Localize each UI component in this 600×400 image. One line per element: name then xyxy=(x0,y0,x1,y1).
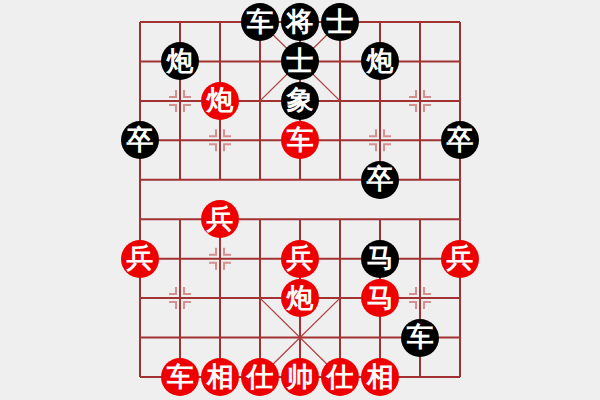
piece-black-elephant[interactable]: 象 xyxy=(281,82,319,120)
piece-black-soldier[interactable]: 卒 xyxy=(121,121,159,159)
piece-black-cannon[interactable]: 炮 xyxy=(361,42,399,80)
piece-red-advisor[interactable]: 仕 xyxy=(321,358,359,396)
piece-red-soldier[interactable]: 兵 xyxy=(201,200,239,238)
piece-red-cannon[interactable]: 炮 xyxy=(281,279,319,317)
piece-black-soldier[interactable]: 卒 xyxy=(441,121,479,159)
piece-black-cannon[interactable]: 炮 xyxy=(161,42,199,80)
xiangqi-board: 车将士炮士炮炮象卒车卒卒兵兵兵马兵炮马车车相仕帅仕相 xyxy=(0,0,600,400)
piece-red-soldier[interactable]: 兵 xyxy=(121,240,159,278)
piece-red-soldier[interactable]: 兵 xyxy=(441,240,479,278)
piece-red-advisor[interactable]: 仕 xyxy=(241,358,279,396)
piece-red-cannon[interactable]: 炮 xyxy=(201,82,239,120)
piece-red-chariot[interactable]: 车 xyxy=(161,358,199,396)
piece-black-chariot[interactable]: 车 xyxy=(401,319,439,357)
piece-black-advisor[interactable]: 士 xyxy=(281,42,319,80)
piece-red-horse[interactable]: 马 xyxy=(361,279,399,317)
piece-black-advisor[interactable]: 士 xyxy=(321,3,359,41)
piece-black-chariot[interactable]: 车 xyxy=(241,3,279,41)
piece-black-horse[interactable]: 马 xyxy=(361,240,399,278)
piece-red-elephant[interactable]: 相 xyxy=(201,358,239,396)
piece-red-general[interactable]: 帅 xyxy=(281,358,319,396)
piece-red-elephant[interactable]: 相 xyxy=(361,358,399,396)
piece-black-soldier[interactable]: 卒 xyxy=(361,161,399,199)
piece-black-general[interactable]: 将 xyxy=(281,3,319,41)
piece-red-soldier[interactable]: 兵 xyxy=(281,240,319,278)
piece-red-chariot[interactable]: 车 xyxy=(281,121,319,159)
